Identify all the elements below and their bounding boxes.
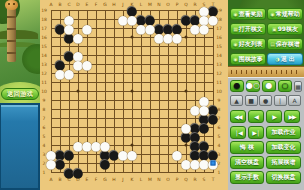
- coordinate-label: 17: [41, 26, 47, 31]
- tool-panel: ●●○●○▦ ▲■●❘A ◀◀◀▶▶▶❘◀▶❘ 加载作业 悔 棋 加载变化 清空…: [228, 77, 304, 190]
- coordinate-label: Q: [184, 2, 188, 7]
- bar-marker-button[interactable]: ❘: [274, 95, 287, 106]
- coordinate-label: 15: [41, 44, 47, 49]
- rewards-button[interactable]: ◉查看奖励: [230, 8, 266, 20]
- step-forward-button[interactable]: ▶: [266, 110, 282, 123]
- triangle-marker-button-icon: ▲: [234, 97, 239, 104]
- coordinate-label: A: [49, 177, 52, 182]
- white-stone-K3: ●: [126, 148, 139, 161]
- coordinate-label: 6: [43, 125, 46, 130]
- coordinate-label: 8: [43, 107, 46, 112]
- coordinate-label: 5: [43, 134, 46, 139]
- go-to-end-button-icon: ▶❘: [252, 129, 260, 136]
- help-icon: ◉: [270, 11, 274, 17]
- button-label: 保存棋谱: [276, 40, 300, 49]
- fast-forward-button[interactable]: ▶▶: [284, 110, 300, 123]
- list-icon: ◉: [233, 41, 237, 47]
- white-stone-A2: ●: [45, 157, 58, 170]
- coordinate-label: R: [193, 2, 196, 7]
- circle-marker-button-icon: ●: [263, 97, 268, 104]
- expand-record-button[interactable]: 拓展棋谱: [266, 156, 301, 169]
- star-point: [185, 144, 188, 147]
- white-stone-E13: ●: [81, 58, 94, 71]
- coordinate-label: 16: [41, 35, 47, 40]
- step-forward-button-icon: ▶: [272, 113, 276, 120]
- fast-rewind-button[interactable]: ◀◀: [230, 110, 246, 123]
- undo-move-button[interactable]: 悔 棋: [230, 141, 264, 154]
- button-label: 退 出: [281, 55, 295, 64]
- coordinate-label: 12: [216, 71, 222, 76]
- coordinate-label: A: [49, 2, 52, 7]
- coordinate-label: E: [86, 2, 89, 7]
- coordinate-label: R: [193, 177, 196, 182]
- coordinate-label: 12: [41, 71, 47, 76]
- totem-pole-decoration: [7, 4, 16, 62]
- black-stone-G2: ●: [99, 157, 112, 170]
- white-stone-S17: ●: [198, 22, 211, 35]
- white-stone-Q6: ●: [180, 121, 193, 134]
- coordinate-label: 7: [43, 116, 46, 121]
- pavilion-roof-decoration: [0, 30, 38, 39]
- go-board[interactable]: ●●●●●●●●●●●●●●●●●●●●●●●●●●●●●●●●●●●●●●●●…: [40, 0, 228, 190]
- letter-marker-button[interactable]: A: [288, 95, 301, 106]
- black-stone-tool-button-icon: ●: [266, 82, 273, 90]
- black-stone-D1: ●: [72, 166, 85, 179]
- coordinate-label: 14: [216, 53, 222, 58]
- coordinate-label: M: [148, 2, 152, 7]
- load-variation-button[interactable]: 加载变化: [266, 141, 301, 154]
- circle-marker-button[interactable]: ●: [259, 95, 272, 106]
- coordinate-label: M: [148, 177, 152, 182]
- coordinate-label: 14: [41, 53, 47, 58]
- coordinate-label: B: [58, 177, 61, 182]
- coordinate-label: J: [122, 2, 123, 7]
- button-label: 查看奖励: [239, 10, 263, 19]
- coordinate-label: K: [131, 177, 134, 182]
- rewards-icon: ◉: [233, 11, 237, 17]
- coordinate-label: S: [203, 177, 206, 182]
- coordinate-label: N: [157, 177, 160, 182]
- fast-rewind-button-icon: ◀◀: [234, 113, 241, 120]
- small-board-button-icon: ▦: [295, 83, 301, 90]
- coordinate-label: O: [166, 177, 170, 182]
- coordinate-label: 19: [41, 8, 47, 13]
- fast-forward-button-icon: ▶▶: [288, 113, 295, 120]
- bar-marker-button-icon: ❘: [277, 97, 282, 104]
- alternate-stones-button[interactable]: ●○: [246, 80, 260, 92]
- open-game-file-button[interactable]: ▦打开棋文: [230, 23, 266, 35]
- coordinate-label: L: [140, 177, 143, 182]
- go-to-end-button[interactable]: ▶❘: [248, 126, 264, 139]
- coordinate-label: 16: [216, 35, 222, 40]
- star-point: [131, 36, 134, 39]
- button-label: 围棋故事: [239, 55, 263, 64]
- save-game-record-button[interactable]: ▤保存棋谱: [267, 38, 303, 50]
- control-panel: ◉查看奖励 ◉常规帮助 ▦打开棋文 ▣99棋友 ◉好友列表 ▤保存棋谱 ◉围棋故…: [228, 0, 304, 190]
- coordinate-label: F: [95, 2, 98, 7]
- coordinate-label: P: [176, 177, 179, 182]
- coordinate-label: 9: [43, 98, 46, 103]
- save-icon: ▤: [270, 41, 275, 47]
- coordinate-label: H: [112, 2, 115, 7]
- foliage-decoration: [22, 44, 40, 74]
- white-stone-S8: ●: [198, 103, 211, 116]
- exit-button[interactable]: ◑退 出: [267, 53, 303, 65]
- switch-board-button[interactable]: 切换棋盘: [266, 171, 301, 184]
- coordinate-label: N: [157, 2, 160, 7]
- square-marker-button-icon: ■: [248, 97, 254, 104]
- board-grid[interactable]: ●●●●●●●●●●●●●●●●●●●●●●●●●●●●●●●●●●●●●●●●…: [51, 10, 214, 173]
- star-point: [77, 90, 80, 93]
- friends-icon: ▣: [272, 26, 277, 32]
- coordinate-label: 10: [41, 89, 47, 94]
- coordinate-label: 18: [41, 17, 47, 22]
- coordinate-label: Q: [184, 177, 188, 182]
- ruler-ticks: [231, 70, 301, 74]
- small-board-button[interactable]: ▦: [294, 81, 302, 92]
- letter-marker-button-icon: A: [292, 97, 296, 104]
- button-label: 常规帮助: [276, 10, 300, 19]
- coordinate-label: 13: [216, 62, 222, 67]
- return-to-game-button[interactable]: 返回游戏: [1, 88, 39, 100]
- step-back-button-icon: ◀: [254, 113, 258, 120]
- info-panel: [0, 103, 40, 190]
- coordinate-label: L: [140, 2, 143, 7]
- help-button[interactable]: ◉常规帮助: [267, 8, 303, 20]
- place-black-stone-button[interactable]: ●: [230, 80, 244, 92]
- friends-99-button[interactable]: ▣99棋友: [267, 23, 303, 35]
- white-stone-C12: ●: [63, 67, 76, 80]
- coordinate-label: E: [86, 177, 89, 182]
- go-story-button[interactable]: ◉围棋故事: [230, 53, 266, 65]
- story-icon: ◉: [233, 56, 237, 62]
- coordinate-label: G: [103, 177, 107, 182]
- square-marker-button[interactable]: ■: [245, 95, 258, 106]
- coordinate-label: H: [112, 177, 115, 182]
- coordinate-label: 15: [216, 44, 222, 49]
- exit-icon: ◑: [275, 56, 279, 62]
- coordinate-label: F: [95, 177, 98, 182]
- coordinate-label: O: [166, 2, 170, 7]
- giraffe-head-decoration: [5, 0, 18, 10]
- step-back-button[interactable]: ◀: [248, 110, 264, 123]
- white-stone-D16: ●: [72, 31, 85, 44]
- button-label: 99棋友: [278, 25, 298, 34]
- app-window: 返回游戏 ●●●●●●●●●●●●●●●●●●●●●●●●●●●●●●●●●●●…: [0, 0, 304, 190]
- white-stone-tool-button[interactable]: ○: [278, 80, 292, 92]
- go-to-start-button[interactable]: ❘◀: [230, 126, 246, 139]
- last-move-marker: [211, 161, 216, 166]
- load-homework-button[interactable]: 加载作业: [266, 126, 301, 139]
- coordinate-label: 5: [218, 134, 221, 139]
- black-stone-tool-button[interactable]: ●: [262, 80, 276, 92]
- alternate-stones-button-icon: ●○: [246, 82, 260, 90]
- coordinate-label: J: [122, 177, 123, 182]
- coordinate-label: 11: [41, 80, 47, 85]
- coordinate-label: G: [103, 2, 107, 7]
- star-point: [185, 36, 188, 39]
- coordinate-label: D: [76, 2, 79, 7]
- white-stone-P16: ●: [171, 31, 184, 44]
- coordinate-label: C: [67, 2, 70, 7]
- file-icon: ▦: [233, 26, 238, 32]
- white-stone-G4: ●: [99, 139, 112, 152]
- friend-list-button[interactable]: ◉好友列表: [230, 38, 266, 50]
- triangle-marker-button[interactable]: ▲: [230, 95, 243, 106]
- coordinate-label: T: [212, 177, 215, 182]
- button-label: 好友列表: [239, 40, 263, 49]
- go-to-start-button-icon: ❘◀: [234, 129, 242, 136]
- star-point: [185, 90, 188, 93]
- coordinate-label: 10: [216, 89, 222, 94]
- clear-board-button[interactable]: 清空棋盘: [230, 156, 264, 169]
- white-stone-tool-button-icon: ○: [282, 82, 289, 90]
- coordinate-label: B: [58, 2, 61, 7]
- button-label: 打开棋文: [239, 25, 263, 34]
- coordinate-label: P: [176, 2, 179, 7]
- place-black-stone-button-icon: ●: [234, 82, 241, 90]
- show-move-numbers-button[interactable]: 显示手数: [230, 171, 264, 184]
- move-ruler[interactable]: [228, 66, 304, 77]
- coordinate-label: 13: [41, 62, 47, 67]
- star-point: [131, 90, 134, 93]
- coordinate-label: 11: [216, 80, 222, 85]
